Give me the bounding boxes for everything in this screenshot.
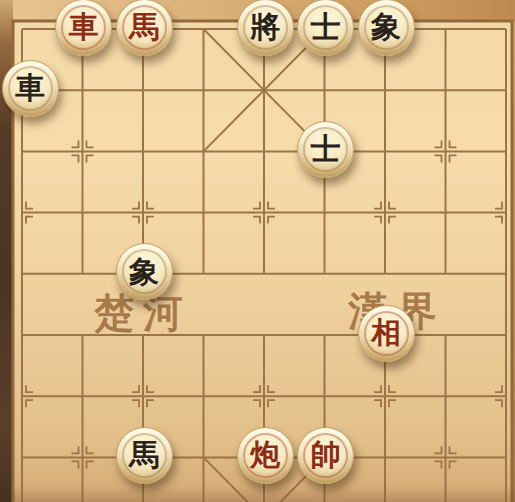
piece-red-chariot[interactable]: 車 (55, 0, 112, 56)
piece-character: 馬 (117, 0, 172, 55)
piece-character: 馬 (117, 428, 172, 483)
piece-black-chariot[interactable]: 車 (2, 60, 59, 117)
piece-red-horse[interactable]: 馬 (116, 0, 173, 56)
board-grid (0, 0, 515, 502)
piece-red-elephant[interactable]: 相 (358, 305, 415, 362)
piece-black-general[interactable]: 將 (237, 0, 294, 56)
piece-black-advisor[interactable]: 士 (297, 0, 354, 56)
piece-black-elephant[interactable]: 象 (358, 0, 415, 56)
piece-black-elephant[interactable]: 象 (116, 243, 173, 300)
xiangqi-board[interactable]: 楚河 漢界 車馬將士象車士象相馬炮帥 (0, 0, 515, 502)
piece-character: 炮 (238, 428, 293, 483)
piece-character: 象 (359, 0, 414, 55)
piece-character: 相 (359, 306, 414, 361)
piece-character: 車 (3, 61, 58, 116)
piece-black-advisor[interactable]: 士 (297, 121, 354, 178)
piece-black-horse[interactable]: 馬 (116, 427, 173, 484)
piece-red-general[interactable]: 帥 (297, 427, 354, 484)
piece-red-cannon[interactable]: 炮 (237, 427, 294, 484)
piece-character: 士 (298, 122, 353, 177)
piece-character: 帥 (298, 428, 353, 483)
piece-character: 象 (117, 244, 172, 299)
piece-character: 將 (238, 0, 293, 55)
piece-character: 車 (56, 0, 111, 55)
piece-character: 士 (298, 0, 353, 55)
